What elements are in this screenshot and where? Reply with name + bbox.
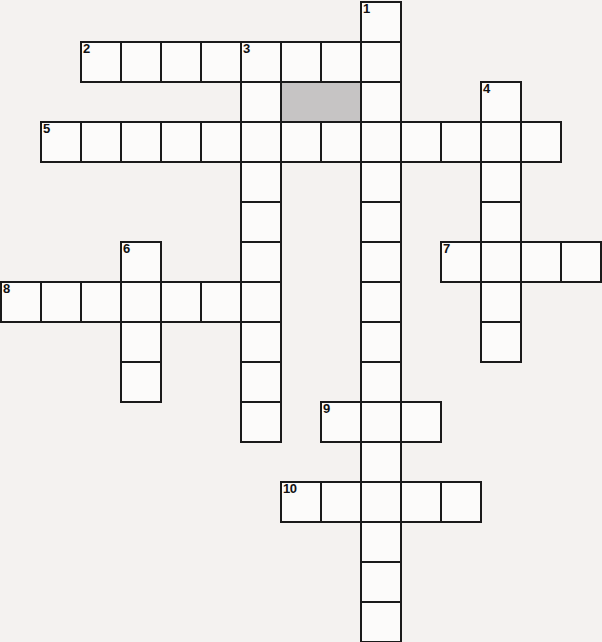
- crossword-cell[interactable]: [161, 282, 201, 322]
- crossword-cell[interactable]: [361, 202, 401, 242]
- crossword-cell[interactable]: [561, 242, 601, 282]
- crossword-cell[interactable]: [361, 82, 401, 122]
- crossword-cell[interactable]: 4: [481, 82, 521, 122]
- crossword-cell[interactable]: [161, 42, 201, 82]
- crossword-cell[interactable]: [161, 122, 201, 162]
- crossword-cell[interactable]: [441, 482, 481, 522]
- crossword-cell[interactable]: [481, 122, 521, 162]
- crossword-cell[interactable]: [241, 162, 281, 202]
- crossword-cell[interactable]: [241, 322, 281, 362]
- crossword-cell[interactable]: [201, 122, 241, 162]
- crossword-cell[interactable]: 5: [41, 122, 81, 162]
- crossword-cell[interactable]: [201, 42, 241, 82]
- crossword-cell[interactable]: [321, 42, 361, 82]
- clue-number-1: 1: [363, 2, 370, 16]
- crossword-cell[interactable]: [281, 42, 321, 82]
- crossword-cell[interactable]: [481, 282, 521, 322]
- clue-number-6: 6: [123, 242, 130, 256]
- crossword-cell[interactable]: 8: [1, 282, 41, 322]
- crossword-cell[interactable]: [241, 402, 281, 442]
- clue-number-5: 5: [43, 122, 50, 136]
- crossword-cell[interactable]: [481, 202, 521, 242]
- crossword-cell[interactable]: [361, 442, 401, 482]
- crossword-cell[interactable]: 10: [281, 482, 321, 522]
- crossword-cell[interactable]: [241, 282, 281, 322]
- crossword-cell[interactable]: [481, 322, 521, 362]
- crossword-cell[interactable]: [361, 562, 401, 602]
- clue-number-9: 9: [323, 402, 330, 416]
- clue-number-3: 3: [243, 42, 250, 56]
- crossword-cell[interactable]: 3: [241, 42, 281, 82]
- crossword-board: 12345678910: [1, 2, 601, 642]
- crossword-cell[interactable]: [121, 362, 161, 402]
- crossword-cell[interactable]: [201, 282, 241, 322]
- crossword-cell[interactable]: [481, 242, 521, 282]
- clue-number-4: 4: [483, 82, 490, 96]
- shaded-cell: [281, 82, 321, 122]
- crossword-cell[interactable]: [361, 162, 401, 202]
- crossword-cell[interactable]: [401, 122, 441, 162]
- crossword-cell[interactable]: [41, 282, 81, 322]
- crossword-cell[interactable]: 7: [441, 242, 481, 282]
- crossword-cell[interactable]: [321, 122, 361, 162]
- crossword-cell[interactable]: [241, 82, 281, 122]
- crossword-cell[interactable]: [401, 482, 441, 522]
- clue-number-2: 2: [83, 42, 90, 56]
- crossword-cell[interactable]: [121, 42, 161, 82]
- crossword-cell[interactable]: [481, 162, 521, 202]
- crossword-cell[interactable]: [401, 402, 441, 442]
- crossword-cell[interactable]: [361, 282, 401, 322]
- crossword-cell[interactable]: [361, 602, 401, 642]
- clue-number-7: 7: [443, 242, 450, 256]
- crossword-cell[interactable]: [361, 482, 401, 522]
- crossword-cell[interactable]: [121, 282, 161, 322]
- crossword-cell[interactable]: 2: [81, 42, 121, 82]
- crossword-cell[interactable]: [241, 202, 281, 242]
- crossword-cell[interactable]: [361, 42, 401, 82]
- crossword-cell[interactable]: [281, 122, 321, 162]
- crossword-cell[interactable]: 9: [321, 402, 361, 442]
- shaded-cell: [321, 82, 361, 122]
- crossword-cell[interactable]: [361, 362, 401, 402]
- crossword-cell[interactable]: [441, 122, 481, 162]
- crossword-cell[interactable]: [361, 402, 401, 442]
- clue-number-10: 10: [283, 482, 297, 496]
- crossword-cell[interactable]: [521, 122, 561, 162]
- crossword-cell[interactable]: [81, 122, 121, 162]
- crossword-cell[interactable]: [321, 482, 361, 522]
- crossword-cell[interactable]: [121, 322, 161, 362]
- crossword-cell[interactable]: [241, 362, 281, 402]
- crossword-cell[interactable]: [361, 522, 401, 562]
- crossword-cell[interactable]: [361, 122, 401, 162]
- clue-number-8: 8: [3, 282, 10, 296]
- crossword-cell[interactable]: 1: [361, 2, 401, 42]
- crossword-cell[interactable]: [361, 242, 401, 282]
- crossword-cell[interactable]: [241, 122, 281, 162]
- crossword-cell[interactable]: 6: [121, 242, 161, 282]
- crossword-cell[interactable]: [81, 282, 121, 322]
- crossword-cell[interactable]: [361, 322, 401, 362]
- crossword-cell[interactable]: [241, 242, 281, 282]
- crossword-cell[interactable]: [121, 122, 161, 162]
- crossword-cell[interactable]: [521, 242, 561, 282]
